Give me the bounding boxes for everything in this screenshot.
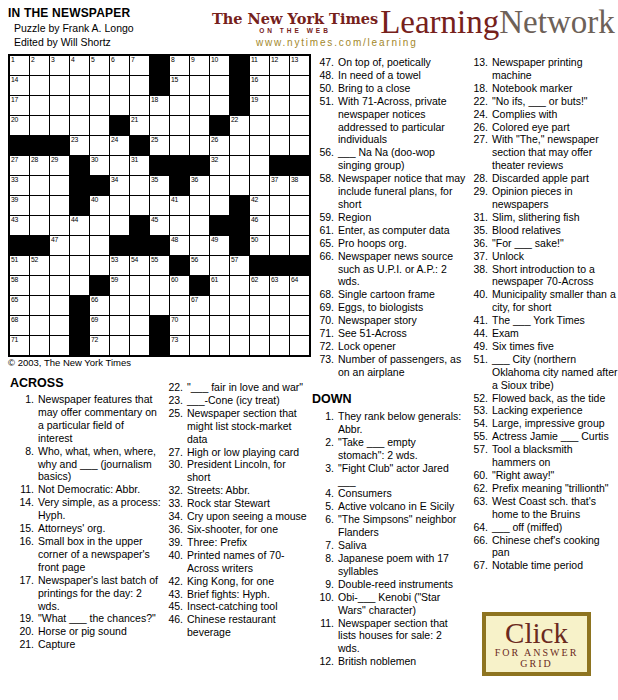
down-section: DOWN 1.They rank below generals: Abbr.2.…: [312, 392, 465, 668]
clue-item: 68.Single cartoon frame: [312, 288, 466, 301]
grid-cell: [150, 196, 169, 215]
clue-text: See 51-Across: [338, 327, 466, 340]
cell-number: 19: [251, 96, 258, 104]
clue-item: 6."The Simpsons" neighbor Flanders: [312, 513, 465, 539]
grid-cell: [130, 176, 149, 195]
cell-number: 67: [191, 296, 198, 304]
grid-cell: [50, 316, 69, 335]
grid-cell: [50, 76, 69, 95]
clue-item: 16.Small box in the upper corner of a ne…: [8, 535, 161, 574]
black-cell: [70, 196, 89, 215]
grid-cell: [250, 156, 269, 175]
grid-cell: 49: [210, 236, 229, 255]
black-cell: [230, 236, 249, 255]
grid-cell: [290, 236, 309, 255]
grid-cell: [50, 276, 69, 295]
clue-item: 5.Active volcano in E Sicily: [312, 500, 465, 513]
clue-text: Notable time period: [492, 559, 618, 572]
grid-cell: [70, 256, 89, 275]
grid-cell: [130, 196, 149, 215]
clue-text: Enter, as computer data: [338, 224, 466, 237]
grid-cell: 63: [270, 276, 289, 295]
grid-cell: [30, 336, 49, 355]
grid-cell: [50, 256, 69, 275]
clue-item: 48.In need of a towel: [312, 69, 466, 82]
clue-text: Slim, slithering fish: [492, 211, 618, 224]
black-cell: [70, 296, 89, 315]
cell-number: 52: [31, 256, 38, 264]
clue-number: 15.: [8, 522, 38, 535]
clue-item: 15.Attorneys' org.: [8, 522, 161, 535]
grid-cell: 5: [90, 56, 109, 75]
grid-cell: [30, 96, 49, 115]
clue-number: 3.: [312, 462, 338, 488]
grid-cell: [250, 336, 269, 355]
cell-number: 23: [71, 136, 78, 144]
grid-cell: 3: [50, 56, 69, 75]
grid-cell: 15: [170, 76, 189, 95]
grid-cell: [150, 116, 169, 135]
crossword-grid: 1234567891011121314151617181920212223242…: [8, 54, 311, 357]
cell-number: 28: [31, 156, 38, 164]
answer-grid-button[interactable]: Click FOR ANSWER GRID: [482, 612, 591, 676]
clue-number: 2.: [312, 436, 338, 462]
clue-text: Region: [338, 211, 466, 224]
grid-cell: 64: [290, 276, 309, 295]
clue-item: 65.Pro hoops org.: [312, 237, 466, 250]
black-cell: [70, 336, 89, 355]
grid-cell: [230, 276, 249, 295]
cell-number: 71: [11, 336, 18, 344]
grid-cell: 65: [10, 296, 29, 315]
grid-cell: 2: [30, 56, 49, 75]
grid-cell: [110, 316, 129, 335]
grid-cell: [110, 216, 129, 235]
clue-text: Streets: Abbr.: [187, 484, 311, 497]
cell-number: 35: [151, 176, 158, 184]
grid-cell: 68: [10, 316, 29, 335]
grid-cell: [270, 216, 289, 235]
clue-item: 52.Flowed back, as the tide: [466, 392, 618, 405]
clue-text: Three: Prefix: [187, 536, 311, 549]
grid-cell: [290, 336, 309, 355]
clue-item: 28.Discarded apple part: [466, 172, 618, 185]
across-clues-col1: 1.Newspaper features that may offer comm…: [8, 393, 161, 651]
grid-cell: [70, 236, 89, 255]
grid-cell: [130, 336, 149, 355]
clue-item: 62.Prefix meaning "trillionth": [466, 482, 618, 495]
grid-cell: 9: [190, 56, 209, 75]
clue-number: 32.: [161, 484, 187, 497]
clue-item: 14.Very simple, as a process: Hyph.: [8, 496, 161, 522]
grid-cell: [130, 96, 149, 115]
grid-cell: 21: [130, 116, 149, 135]
grid-cell: 7: [130, 56, 149, 75]
clue-item: 60."Right away!": [466, 469, 618, 482]
grid-cell: [290, 216, 309, 235]
grid-cell: 26: [210, 136, 229, 155]
puzzle-page: IN THE NEWSPAPER Puzzle by Frank A. Long…: [0, 0, 618, 700]
cell-number: 59: [111, 276, 118, 284]
grid-cell: [210, 256, 229, 275]
black-cell: [170, 156, 189, 175]
grid-cell: [110, 96, 129, 115]
grid-cell: [50, 216, 69, 235]
clue-item: 58.Newspaper notice that may include fun…: [312, 172, 466, 211]
clue-number: 10.: [312, 591, 338, 617]
clue-number: 45.: [161, 600, 187, 613]
grid-cell: [210, 196, 229, 215]
grid-cell: [50, 176, 69, 195]
clue-number: 19.: [8, 612, 38, 625]
clue-text: Prefix meaning "trillionth": [492, 482, 618, 495]
clue-item: 63.West Coast sch. that's home to the Br…: [466, 495, 618, 521]
clue-number: 40.: [161, 549, 187, 575]
grid-cell: [110, 336, 129, 355]
clue-number: 36.: [161, 523, 187, 536]
clue-text: Discarded apple part: [492, 172, 618, 185]
black-cell: [210, 116, 229, 135]
grid-cell: [270, 236, 289, 255]
black-cell: [10, 236, 29, 255]
clue-item: 9.Double-reed instruments: [312, 578, 465, 591]
cell-number: 41: [171, 196, 178, 204]
clue-text: Number of passengers, as on an airplane: [338, 353, 466, 379]
grid-cell: [290, 136, 309, 155]
grid-cell: 46: [250, 216, 269, 235]
grid-cell: [290, 296, 309, 315]
grid-cell: [170, 216, 189, 235]
clue-number: 39.: [161, 536, 187, 549]
clue-number: 67.: [466, 559, 492, 572]
clue-number: 30.: [161, 458, 187, 484]
clue-item: 27.High or low playing card: [161, 446, 311, 459]
clue-item: 69.Eggs, to biologists: [312, 301, 466, 314]
cell-number: 14: [11, 76, 18, 84]
black-cell: [190, 276, 209, 295]
grid-cell: 22: [230, 116, 249, 135]
clue-text: With 71-Across, private newspaper notice…: [338, 95, 466, 147]
black-cell: [30, 236, 49, 255]
answer-grid-button-for-answer-label: FOR ANSWER: [495, 647, 579, 658]
grid-cell: 33: [10, 176, 29, 195]
cell-number: 42: [251, 196, 258, 204]
nyt-logotype: The New York Times: [212, 11, 378, 26]
cell-number: 21: [131, 116, 138, 124]
grid-cell: 14: [10, 76, 29, 95]
clue-item: 2."Take ___ empty stomach": 2 wds.: [312, 436, 465, 462]
clue-text: Double-reed instruments: [338, 578, 465, 591]
cell-number: 57: [231, 256, 238, 264]
black-cell: [170, 176, 189, 195]
clue-item: 8.Who, what, when, where, why and ___ (j…: [8, 445, 161, 484]
across-header: ACROSS: [10, 376, 63, 390]
clue-number: 22.: [161, 381, 187, 394]
cell-number: 31: [131, 156, 138, 164]
clue-text: Newspaper's last batch of printings for …: [38, 574, 161, 613]
clue-number: 38.: [466, 263, 492, 289]
grid-cell: 56: [190, 256, 209, 275]
clue-item: 3."Fight Club" actor Jared ___: [312, 462, 465, 488]
clue-number: 69.: [312, 301, 338, 314]
grid-cell: [230, 296, 249, 315]
grid-cell: [250, 136, 269, 155]
clue-number: 33.: [161, 497, 187, 510]
cell-number: 13: [291, 56, 298, 64]
grid-cell: [30, 176, 49, 195]
grid-cell: [210, 336, 229, 355]
clue-item: 11.Not Democratic: Abbr.: [8, 483, 161, 496]
clue-item: 4.Consumers: [312, 487, 465, 500]
cell-number: 63: [271, 276, 278, 284]
cell-number: 9: [191, 56, 194, 64]
clue-number: 51.: [466, 353, 492, 392]
clue-text: "The Simpsons" neighbor Flanders: [338, 513, 465, 539]
clue-number: 8.: [312, 552, 338, 578]
clue-number: 22.: [466, 95, 492, 108]
grid-cell: [190, 96, 209, 115]
nyt-lockup: The New York Times ON THE WEB: [212, 11, 378, 37]
cell-number: 38: [291, 176, 298, 184]
clue-number: 23.: [161, 394, 187, 407]
grid-cell: 47: [50, 236, 69, 255]
clue-item: 10.Obi-___ Kenobi ("Star Wars" character…: [312, 591, 465, 617]
grid-cell: [150, 296, 169, 315]
cell-number: 22: [231, 116, 238, 124]
clue-item: 23.___-Cone (icy treat): [161, 394, 311, 407]
clue-number: 61.: [312, 224, 338, 237]
clue-number: 53.: [466, 404, 492, 417]
clue-text: Complies with: [492, 108, 618, 121]
answer-grid-button-click-label: Click: [505, 620, 568, 647]
clue-item: 20.Horse or pig sound: [8, 625, 161, 638]
clue-text: "Fight Club" actor Jared ___: [338, 462, 465, 488]
clue-number: 65.: [312, 237, 338, 250]
clue-number: 41.: [466, 314, 492, 327]
clue-item: 73.Number of passengers, as on an airpla…: [312, 353, 466, 379]
clue-text: Short introduction to a newspaper 70-Acr…: [492, 263, 618, 289]
clue-item: 56.___ Na Na (doo-wop singing group): [312, 146, 466, 172]
cell-number: 4: [71, 56, 74, 64]
cell-number: 56: [191, 256, 198, 264]
clue-text: "No ifs, ___ or buts!": [492, 95, 618, 108]
grid-cell: [270, 76, 289, 95]
grid-cell: [70, 96, 89, 115]
cell-number: 49: [211, 236, 218, 244]
clue-item: 61.Enter, as computer data: [312, 224, 466, 237]
clue-text: They rank below generals: Abbr.: [338, 410, 465, 436]
cell-number: 36: [191, 176, 198, 184]
cell-number: 2: [31, 56, 34, 64]
cell-number: 45: [151, 216, 158, 224]
clue-number: 44.: [466, 327, 492, 340]
clue-number: 27.: [161, 446, 187, 459]
clue-text: President Lincoln, for short: [187, 458, 311, 484]
clue-number: 47.: [312, 56, 338, 69]
clue-item: 43.Brief fights: Hyph.: [161, 588, 311, 601]
clue-item: 22."No ifs, ___ or buts!": [466, 95, 618, 108]
clue-text: "Right away!": [492, 469, 618, 482]
clue-text: Newspaper section that lists houses for …: [338, 617, 465, 656]
down-clues-col2: 13.Newspaper printing machine18.Notebook…: [466, 56, 618, 572]
grid-cell: [90, 256, 109, 275]
grid-cell: 35: [150, 176, 169, 195]
cell-number: 68: [11, 316, 18, 324]
cell-number: 72: [91, 336, 98, 344]
grid-cell: [50, 296, 69, 315]
clue-number: 12.: [312, 655, 338, 668]
clue-text: Unlock: [492, 250, 618, 263]
clue-text: ___-Cone (icy treat): [187, 394, 311, 407]
grid-cell: 50: [250, 236, 269, 255]
clue-item: 67.Notable time period: [466, 559, 618, 572]
clue-item: 24.Complies with: [466, 108, 618, 121]
black-cell: [230, 76, 249, 95]
grid-cell: [130, 296, 149, 315]
grid-cell: [30, 116, 49, 135]
grid-cell: [90, 216, 109, 235]
grid-cell: 19: [250, 96, 269, 115]
clue-number: 60.: [466, 469, 492, 482]
grid-cell: [50, 96, 69, 115]
down-clues-col1: 1.They rank below generals: Abbr.2."Take…: [312, 410, 465, 668]
grid-cell: 44: [70, 216, 89, 235]
clue-number: 35.: [466, 224, 492, 237]
clue-item: 39.Three: Prefix: [161, 536, 311, 549]
clue-number: 40.: [466, 288, 492, 314]
grid-cell: 12: [270, 56, 289, 75]
clue-item: 54.Large, impressive group: [466, 417, 618, 430]
clue-number: 66.: [466, 534, 492, 560]
clue-item: 72.Lock opener: [312, 340, 466, 353]
grid-cell: [150, 276, 169, 295]
clue-number: 28.: [466, 172, 492, 185]
grid-cell: 38: [290, 176, 309, 195]
clue-number: 31.: [466, 211, 492, 224]
grid-cell: 31: [130, 156, 149, 175]
clue-number: 11.: [312, 617, 338, 656]
clue-number: 48.: [312, 69, 338, 82]
clue-item: 42.King Kong, for one: [161, 575, 311, 588]
clue-item: 70.Newspaper story: [312, 314, 466, 327]
clue-number: 64.: [466, 521, 492, 534]
clue-item: 55.Actress Jamie ___ Curtis: [466, 430, 618, 443]
clue-text: Six-shooter, for one: [187, 523, 311, 536]
clue-text: Newspaper printing machine: [492, 56, 618, 82]
cell-number: 24: [111, 136, 118, 144]
black-cell: [150, 156, 169, 175]
grid-cell: [50, 116, 69, 135]
grid-cell: 25: [150, 136, 169, 155]
black-cell: [250, 256, 269, 275]
cell-number: 6: [111, 56, 114, 64]
clue-item: 46.Chinese restaurant beverage: [161, 613, 311, 639]
clue-number: 43.: [161, 588, 187, 601]
grid-cell: [270, 336, 289, 355]
cell-number: 69: [91, 316, 98, 324]
clue-number: 49.: [466, 340, 492, 353]
cell-number: 3: [51, 56, 54, 64]
black-cell: [70, 156, 89, 175]
cell-number: 10: [211, 56, 218, 64]
grid-cell: 13: [290, 56, 309, 75]
clue-text: Newspaper section that might list stock-…: [187, 407, 311, 446]
clue-item: 26.Colored eye part: [466, 121, 618, 134]
grid-cell: [30, 216, 49, 235]
grid-cell: 39: [10, 196, 29, 215]
cell-number: 65: [11, 296, 18, 304]
down-header: DOWN: [312, 392, 465, 406]
clue-text: Obi-___ Kenobi ("Star Wars" character): [338, 591, 465, 617]
clue-text: The ___ York Times: [492, 314, 618, 327]
clue-number: 57.: [466, 443, 492, 469]
clue-item: 37.Unlock: [466, 250, 618, 263]
clue-item: 45.Insect-catching tool: [161, 600, 311, 613]
grid-cell: [230, 176, 249, 195]
grid-cell: 23: [70, 136, 89, 155]
grid-cell: [230, 316, 249, 335]
grid-cell: 18: [150, 96, 169, 115]
grid-cell: 60: [170, 276, 189, 295]
cell-number: 17: [11, 96, 18, 104]
cell-number: 55: [151, 256, 158, 264]
black-cell: [150, 236, 169, 255]
clue-number: 17.: [8, 574, 38, 613]
clue-text: ___ City (northern Oklahoma city named a…: [492, 353, 618, 392]
clue-number: 21.: [8, 638, 38, 651]
clue-text: Lock opener: [338, 340, 466, 353]
grid-cell: [170, 136, 189, 155]
clue-number: 70.: [312, 314, 338, 327]
clue-text: Rock star Stewart: [187, 497, 311, 510]
clue-number: 42.: [161, 575, 187, 588]
cell-number: 30: [91, 156, 98, 164]
clue-item: 22."___ fair in love and war": [161, 381, 311, 394]
grid-cell: 29: [50, 156, 69, 175]
clue-item: 17.Newspaper's last batch of printings f…: [8, 574, 161, 613]
grid-cell: 37: [270, 176, 289, 195]
clue-text: ___ Na Na (doo-wop singing group): [338, 146, 466, 172]
grid-cell: [270, 196, 289, 215]
cell-number: 29: [51, 156, 58, 164]
clue-item: 8.Japanese poem with 17 syllables: [312, 552, 465, 578]
grid-cell: 6: [110, 56, 129, 75]
grid-cell: [30, 296, 49, 315]
clue-number: 8.: [8, 445, 38, 484]
grid-cell: 36: [190, 176, 209, 195]
black-cell: [90, 276, 109, 295]
grid-cell: [290, 196, 309, 215]
clue-text: Capture: [38, 638, 161, 651]
cell-number: 34: [111, 176, 118, 184]
clue-number: 6.: [312, 513, 338, 539]
grid-cell: 30: [90, 156, 109, 175]
clue-item: 19."What ___ the chances?": [8, 612, 161, 625]
clue-text: Opinion pieces in newspapers: [492, 185, 618, 211]
clue-text: Newspaper features that may offer commen…: [38, 393, 161, 445]
clue-text: Flowed back, as the tide: [492, 392, 618, 405]
black-cell: [70, 176, 89, 195]
clue-item: 41.The ___ York Times: [466, 314, 618, 327]
clue-item: 29.Opinion pieces in newspapers: [466, 185, 618, 211]
clue-text: Printed names of 70-Across writers: [187, 549, 311, 575]
black-cell: [170, 256, 189, 275]
grid-cell: [110, 296, 129, 315]
grid-cell: [50, 196, 69, 215]
clue-item: 64.___ off (miffed): [466, 521, 618, 534]
grid-cell: 73: [170, 336, 189, 355]
grid-cell: 69: [90, 316, 109, 335]
